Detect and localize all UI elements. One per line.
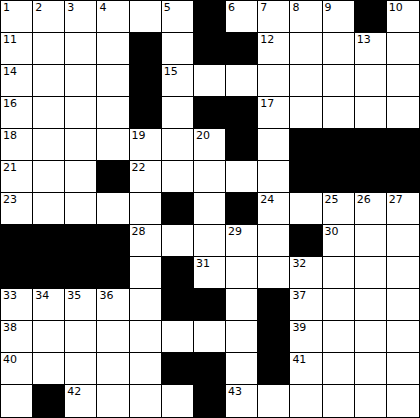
clue-number: 12 [260, 34, 274, 45]
clue-number: 7 [260, 2, 267, 13]
white-cell[interactable]: 19 [130, 129, 162, 161]
black-cell [1, 225, 33, 257]
white-cell[interactable] [33, 97, 65, 129]
white-cell[interactable] [194, 161, 226, 193]
white-cell[interactable] [194, 65, 226, 97]
white-cell[interactable] [387, 289, 419, 321]
white-cell[interactable] [130, 257, 162, 289]
white-cell[interactable] [355, 385, 387, 417]
white-cell[interactable] [226, 353, 258, 385]
white-cell[interactable]: 5 [162, 1, 194, 33]
black-cell [226, 33, 258, 65]
clue-number: 1 [3, 2, 10, 13]
white-cell[interactable] [65, 65, 97, 97]
white-cell[interactable]: 2 [33, 1, 65, 33]
white-cell[interactable] [130, 289, 162, 321]
white-cell[interactable]: 17 [258, 97, 290, 129]
white-cell[interactable] [162, 97, 194, 129]
white-cell[interactable] [162, 225, 194, 257]
white-cell[interactable] [387, 225, 419, 257]
clue-number: 32 [292, 258, 306, 269]
white-cell[interactable] [355, 225, 387, 257]
black-cell [290, 225, 322, 257]
white-cell[interactable]: 7 [258, 1, 290, 33]
white-cell[interactable]: 25 [323, 193, 355, 225]
white-cell[interactable]: 20 [194, 129, 226, 161]
black-cell [162, 257, 194, 289]
white-cell[interactable] [1, 385, 33, 417]
white-cell[interactable]: 23 [1, 193, 33, 225]
white-cell[interactable] [387, 385, 419, 417]
white-cell[interactable] [194, 225, 226, 257]
black-cell [226, 97, 258, 129]
white-cell[interactable] [258, 225, 290, 257]
white-cell[interactable] [226, 289, 258, 321]
white-cell[interactable] [387, 257, 419, 289]
white-cell[interactable]: 16 [1, 97, 33, 129]
white-cell[interactable]: 36 [97, 289, 129, 321]
white-cell[interactable] [33, 129, 65, 161]
white-cell[interactable] [226, 65, 258, 97]
white-cell[interactable] [33, 161, 65, 193]
black-cell [194, 289, 226, 321]
white-cell[interactable] [258, 385, 290, 417]
white-cell[interactable] [323, 321, 355, 353]
white-cell[interactable]: 42 [65, 385, 97, 417]
white-cell[interactable] [226, 321, 258, 353]
white-cell[interactable] [162, 161, 194, 193]
white-cell[interactable] [65, 161, 97, 193]
clue-number: 9 [325, 2, 332, 13]
white-cell[interactable]: 29 [226, 225, 258, 257]
white-cell[interactable]: 34 [33, 289, 65, 321]
clue-number: 36 [99, 290, 113, 301]
white-cell[interactable] [258, 161, 290, 193]
white-cell[interactable] [387, 353, 419, 385]
white-cell[interactable] [355, 65, 387, 97]
clue-number: 20 [196, 130, 210, 141]
black-cell [226, 129, 258, 161]
black-cell [33, 257, 65, 289]
clue-number: 2 [35, 2, 42, 13]
clue-number: 29 [228, 226, 242, 237]
clue-number: 11 [3, 34, 17, 45]
clue-number: 13 [357, 34, 371, 45]
white-cell[interactable] [290, 97, 322, 129]
black-cell [162, 353, 194, 385]
clue-number: 28 [132, 226, 146, 237]
white-cell[interactable] [323, 33, 355, 65]
white-cell[interactable] [162, 33, 194, 65]
black-cell [258, 353, 290, 385]
white-cell[interactable] [130, 353, 162, 385]
clue-number: 39 [292, 322, 306, 333]
white-cell[interactable] [130, 193, 162, 225]
clue-number: 8 [292, 2, 299, 13]
white-cell[interactable]: 35 [65, 289, 97, 321]
black-cell [290, 161, 322, 193]
white-cell[interactable] [290, 33, 322, 65]
black-cell [355, 1, 387, 33]
clue-number: 27 [389, 194, 403, 205]
white-cell[interactable]: 4 [97, 1, 129, 33]
clue-number: 17 [260, 98, 274, 109]
white-cell[interactable] [130, 321, 162, 353]
white-cell[interactable] [97, 129, 129, 161]
white-cell[interactable] [194, 321, 226, 353]
white-cell[interactable] [290, 193, 322, 225]
clue-number: 34 [35, 290, 49, 301]
clue-number: 26 [357, 194, 371, 205]
clue-number: 19 [132, 130, 146, 141]
clue-number: 31 [196, 258, 210, 269]
white-cell[interactable]: 38 [1, 321, 33, 353]
white-cell[interactable] [355, 321, 387, 353]
white-cell[interactable] [355, 289, 387, 321]
clue-number: 30 [325, 226, 339, 237]
black-cell [162, 193, 194, 225]
black-cell [97, 161, 129, 193]
black-cell [258, 321, 290, 353]
clue-number: 4 [99, 2, 106, 13]
white-cell[interactable]: 13 [355, 33, 387, 65]
white-cell[interactable]: 37 [290, 289, 322, 321]
white-cell[interactable]: 14 [1, 65, 33, 97]
white-cell[interactable] [65, 193, 97, 225]
black-cell [130, 33, 162, 65]
white-cell[interactable] [33, 65, 65, 97]
black-cell [194, 97, 226, 129]
white-cell[interactable] [323, 65, 355, 97]
white-cell[interactable]: 32 [290, 257, 322, 289]
white-cell[interactable] [97, 353, 129, 385]
black-cell [130, 97, 162, 129]
black-cell [65, 225, 97, 257]
white-cell[interactable] [226, 257, 258, 289]
white-cell[interactable]: 28 [130, 225, 162, 257]
clue-number: 3 [67, 2, 74, 13]
black-cell [355, 129, 387, 161]
white-cell[interactable]: 10 [387, 1, 419, 33]
white-cell[interactable]: 21 [1, 161, 33, 193]
white-cell[interactable] [162, 385, 194, 417]
black-cell [194, 1, 226, 33]
clue-number: 25 [325, 194, 339, 205]
white-cell[interactable]: 9 [323, 1, 355, 33]
white-cell[interactable]: 1 [1, 1, 33, 33]
white-cell[interactable] [387, 321, 419, 353]
black-cell [355, 161, 387, 193]
white-cell[interactable]: 18 [1, 129, 33, 161]
black-cell [258, 289, 290, 321]
white-cell[interactable] [33, 193, 65, 225]
clue-number: 35 [67, 290, 81, 301]
white-cell[interactable] [387, 33, 419, 65]
white-cell[interactable] [258, 65, 290, 97]
black-cell [387, 129, 419, 161]
white-cell[interactable] [65, 353, 97, 385]
white-cell[interactable] [33, 353, 65, 385]
clue-number: 15 [164, 66, 178, 77]
white-cell[interactable]: 12 [258, 33, 290, 65]
black-cell [226, 193, 258, 225]
clue-number: 41 [292, 354, 306, 365]
black-cell [65, 257, 97, 289]
white-cell[interactable] [194, 193, 226, 225]
white-cell[interactable] [323, 385, 355, 417]
white-cell[interactable]: 3 [65, 1, 97, 33]
clue-number: 6 [228, 2, 235, 13]
black-cell [1, 257, 33, 289]
white-cell[interactable] [65, 33, 97, 65]
white-cell[interactable]: 30 [323, 225, 355, 257]
white-cell[interactable] [226, 161, 258, 193]
white-cell[interactable] [65, 321, 97, 353]
white-cell[interactable] [387, 65, 419, 97]
white-cell[interactable]: 22 [130, 161, 162, 193]
crossword-grid: 1234567891011121314151617181920212223242… [0, 0, 420, 418]
white-cell[interactable] [97, 321, 129, 353]
clue-number: 23 [3, 194, 17, 205]
white-cell[interactable] [323, 289, 355, 321]
black-cell [194, 33, 226, 65]
white-cell[interactable] [65, 97, 97, 129]
white-cell[interactable] [97, 385, 129, 417]
black-cell [162, 289, 194, 321]
black-cell [33, 225, 65, 257]
white-cell[interactable]: 26 [355, 193, 387, 225]
black-cell [194, 385, 226, 417]
clue-number: 38 [3, 322, 17, 333]
clue-number: 22 [132, 162, 146, 173]
white-cell[interactable]: 11 [1, 33, 33, 65]
white-cell[interactable] [290, 65, 322, 97]
white-cell[interactable]: 33 [1, 289, 33, 321]
white-cell[interactable] [355, 97, 387, 129]
white-cell[interactable]: 43 [226, 385, 258, 417]
white-cell[interactable] [97, 97, 129, 129]
white-cell[interactable] [130, 385, 162, 417]
white-cell[interactable] [130, 1, 162, 33]
clue-number: 40 [3, 354, 17, 365]
clue-number: 43 [228, 386, 242, 397]
white-cell[interactable]: 6 [226, 1, 258, 33]
white-cell[interactable] [33, 33, 65, 65]
black-cell [97, 257, 129, 289]
white-cell[interactable] [258, 257, 290, 289]
white-cell[interactable]: 8 [290, 1, 322, 33]
black-cell [130, 65, 162, 97]
black-cell [387, 161, 419, 193]
white-cell[interactable]: 24 [258, 193, 290, 225]
white-cell[interactable] [355, 353, 387, 385]
white-cell[interactable]: 15 [162, 65, 194, 97]
white-cell[interactable] [355, 257, 387, 289]
white-cell[interactable] [97, 65, 129, 97]
clue-number: 16 [3, 98, 17, 109]
black-cell [33, 385, 65, 417]
white-cell[interactable] [323, 257, 355, 289]
clue-number: 5 [164, 2, 171, 13]
clue-number: 21 [3, 162, 17, 173]
clue-number: 33 [3, 290, 17, 301]
white-cell[interactable] [323, 97, 355, 129]
white-cell[interactable] [290, 385, 322, 417]
white-cell[interactable] [33, 321, 65, 353]
clue-number: 37 [292, 290, 306, 301]
clue-number: 14 [3, 66, 17, 77]
white-cell[interactable] [258, 129, 290, 161]
white-cell[interactable]: 27 [387, 193, 419, 225]
clue-number: 18 [3, 130, 17, 141]
white-cell[interactable] [323, 353, 355, 385]
white-cell[interactable] [387, 97, 419, 129]
white-cell[interactable]: 41 [290, 353, 322, 385]
black-cell [323, 129, 355, 161]
white-cell[interactable]: 40 [1, 353, 33, 385]
white-cell[interactable] [65, 129, 97, 161]
black-cell [290, 129, 322, 161]
black-cell [194, 353, 226, 385]
white-cell[interactable]: 31 [194, 257, 226, 289]
white-cell[interactable] [97, 33, 129, 65]
black-cell [323, 161, 355, 193]
white-cell[interactable] [162, 129, 194, 161]
white-cell[interactable] [97, 193, 129, 225]
clue-number: 10 [389, 2, 403, 13]
clue-number: 42 [67, 386, 81, 397]
clue-number: 24 [260, 194, 274, 205]
white-cell[interactable] [162, 321, 194, 353]
white-cell[interactable]: 39 [290, 321, 322, 353]
black-cell [97, 225, 129, 257]
